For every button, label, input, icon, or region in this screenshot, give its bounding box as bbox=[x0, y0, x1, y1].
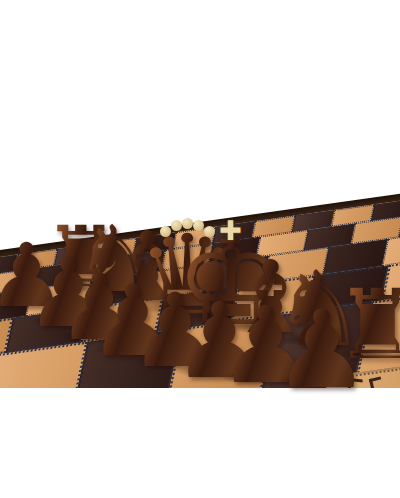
photo-area bbox=[0, 0, 400, 388]
burned-coordinate-mark bbox=[369, 376, 384, 388]
chess-set-product-photo: ♜♞♝♛♚✚♝♞♜♟♟♟♟♟♟♟♟ bbox=[0, 0, 400, 498]
chessboard bbox=[0, 246, 400, 388]
board-surface bbox=[0, 162, 400, 388]
burned-coordinate-mark bbox=[347, 378, 362, 388]
